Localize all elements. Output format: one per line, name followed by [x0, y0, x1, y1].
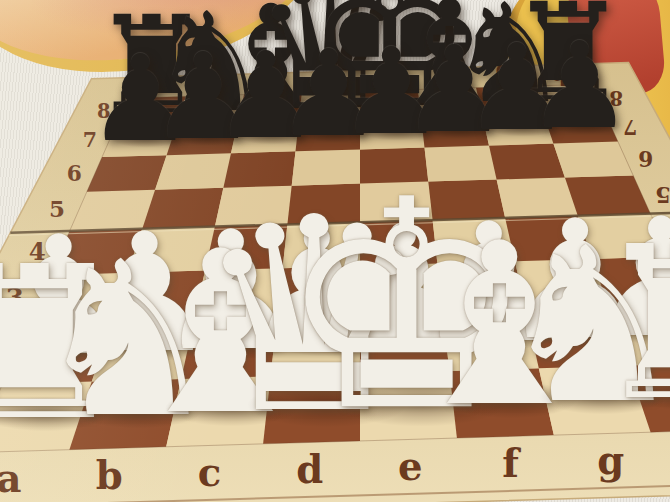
- white-rook-h1[interactable]: ♜: [591, 219, 670, 430]
- photo-scene: aabbccddeeffgghh1122334455667788 ♜♞♝♛♚♝♞…: [0, 0, 670, 502]
- pieces-layer: ♜♞♝♛♚♝♞♜♟♟♟♟♟♟♟♟♟♟♟♟♟♟♟♟♜♞♝♛♚♝♞♜: [0, 0, 670, 502]
- black-pawn-h7[interactable]: ♟: [526, 27, 633, 146]
